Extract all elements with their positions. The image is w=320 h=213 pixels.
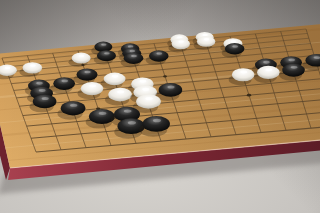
stone-highlight xyxy=(117,90,124,93)
black-stone xyxy=(225,43,245,54)
white-stone xyxy=(72,53,91,64)
white-stone xyxy=(257,66,280,79)
white-stone xyxy=(197,36,216,47)
stone-highlight xyxy=(140,80,147,83)
star-point xyxy=(247,94,251,97)
stone-highlight xyxy=(202,34,207,36)
white-stone xyxy=(81,82,104,95)
stone-highlight xyxy=(266,68,273,71)
stone-highlight xyxy=(5,67,11,70)
stone-highlight xyxy=(112,75,119,78)
white-stone xyxy=(172,38,191,49)
black-stone xyxy=(53,77,75,90)
stone-highlight xyxy=(84,71,90,74)
black-stone xyxy=(159,83,183,97)
stone-highlight xyxy=(124,109,132,112)
stone-highlight xyxy=(101,43,106,45)
stone-highlight xyxy=(167,86,174,89)
black-stone xyxy=(77,68,98,80)
black-stone xyxy=(89,109,115,124)
stone-highlight xyxy=(232,45,238,48)
stone-highlight xyxy=(39,89,46,92)
stone-highlight xyxy=(177,36,182,38)
black-stone xyxy=(143,116,170,132)
black-stone xyxy=(149,50,169,61)
stone-highlight xyxy=(231,40,237,42)
white-stone xyxy=(108,88,132,102)
stone-highlight xyxy=(156,52,162,55)
black-stone xyxy=(282,64,305,77)
stone-highlight xyxy=(178,40,184,42)
stone-highlight xyxy=(36,82,43,85)
black-stone xyxy=(97,50,116,61)
white-stone xyxy=(23,62,43,73)
stone-highlight xyxy=(263,61,270,64)
stone-highlight xyxy=(104,52,110,54)
star-point xyxy=(163,75,167,77)
stone-highlight xyxy=(240,71,247,74)
stone-highlight xyxy=(142,88,149,91)
go-board xyxy=(0,0,320,213)
go-photo-scene xyxy=(0,0,320,213)
stone-highlight xyxy=(30,64,36,67)
black-stone xyxy=(33,95,57,109)
stone-highlight xyxy=(128,121,136,124)
stone-highlight xyxy=(314,56,320,59)
stone-highlight xyxy=(61,80,68,83)
stone-highlight xyxy=(145,97,152,100)
stone-highlight xyxy=(42,97,49,100)
black-stone xyxy=(61,101,86,115)
white-stone xyxy=(104,73,126,86)
white-stone xyxy=(136,94,161,108)
stone-highlight xyxy=(288,59,295,62)
stone-highlight xyxy=(204,38,210,40)
stone-highlight xyxy=(128,45,134,47)
stone-highlight xyxy=(79,55,85,57)
black-stone xyxy=(124,53,144,64)
stone-highlight xyxy=(89,84,96,87)
stone-highlight xyxy=(129,50,135,52)
stone-highlight xyxy=(291,66,298,69)
stone-highlight xyxy=(153,119,161,122)
white-stone xyxy=(232,68,255,81)
stone-highlight xyxy=(131,55,137,58)
stone-highlight xyxy=(99,112,107,115)
stone-highlight xyxy=(70,104,77,107)
